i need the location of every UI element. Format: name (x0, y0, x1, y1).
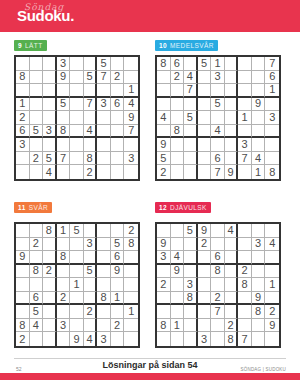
cell-r9c8: 1 (252, 165, 266, 179)
cell-r9c2 (30, 332, 44, 346)
cell-r3c5 (211, 84, 225, 98)
cell-r4c5: 8 (211, 265, 225, 279)
cell-r2c6 (225, 238, 239, 252)
cell-r1c8 (111, 224, 125, 238)
cell-r1c5: 5 (70, 224, 84, 238)
cell-r1c2: 6 (171, 57, 185, 71)
cell-r2c3 (43, 238, 57, 252)
puzzle-number: 12 (159, 204, 167, 211)
cell-r9c2 (171, 332, 185, 346)
cell-r1c6: 4 (225, 224, 239, 238)
cell-r4c1 (157, 98, 171, 112)
cell-r9c2 (171, 165, 185, 179)
cell-r2c4 (198, 71, 212, 85)
cell-r5c2 (30, 111, 44, 125)
cell-r3c6 (225, 251, 239, 265)
cell-r2c1 (16, 238, 30, 252)
cell-r1c6 (84, 224, 98, 238)
cell-r8c6 (84, 319, 98, 333)
cell-r1c4: 5 (198, 57, 212, 71)
cell-r3c7 (97, 251, 111, 265)
cell-r5c5: 1 (70, 278, 84, 292)
cell-r9c4 (57, 332, 71, 346)
cell-r5c6 (84, 278, 98, 292)
cell-r9c5: 7 (211, 165, 225, 179)
cell-r3c3 (184, 251, 198, 265)
cell-r2c6: 3 (84, 238, 98, 252)
cell-r2c3 (184, 238, 198, 252)
cell-r2c2 (30, 71, 44, 85)
cell-r6c9 (265, 125, 279, 139)
cell-r6c9: 7 (124, 125, 138, 139)
cell-r3c2 (30, 251, 44, 265)
cell-r8c5: 6 (211, 152, 225, 166)
puzzle-difficulty-label: SVÅR (29, 204, 48, 211)
cell-r8c3 (184, 319, 198, 333)
cell-r2c5 (211, 238, 225, 252)
cell-r7c6 (84, 138, 98, 152)
cell-r3c1: 3 (157, 251, 171, 265)
cell-r2c5 (70, 238, 84, 252)
cell-r5c9: 3 (265, 111, 279, 125)
cell-r3c3 (43, 251, 57, 265)
cell-r1c1 (157, 224, 171, 238)
cell-r1c1: 8 (157, 57, 171, 71)
cell-r7c3 (43, 138, 57, 152)
cell-r4c4 (57, 265, 71, 279)
edition-text: SÖNDAG | SUDOKU (241, 367, 286, 372)
puzzle-difficulty-label: DJÄVULSK (170, 204, 207, 211)
cell-r4c9: 4 (124, 98, 138, 112)
cell-r2c3 (43, 71, 57, 85)
cell-r5c5 (70, 111, 84, 125)
cell-r5c4 (198, 278, 212, 292)
cell-r9c2 (30, 165, 44, 179)
cell-r7c8 (252, 138, 266, 152)
cell-r5c8 (252, 278, 266, 292)
cell-r3c7 (238, 84, 252, 98)
cell-r7c7: 3 (238, 138, 252, 152)
cell-r6c5: 4 (211, 125, 225, 139)
badge-puzzle-11: 11 SVÅR (14, 202, 52, 213)
cell-r5c8 (111, 111, 125, 125)
cell-r3c8: 6 (111, 251, 125, 265)
cell-r6c4 (198, 292, 212, 306)
cell-r3c1 (157, 84, 171, 98)
cell-r5c6 (225, 278, 239, 292)
cell-r2c8: 5 (111, 238, 125, 252)
cell-r5c7 (97, 278, 111, 292)
cell-r8c5 (70, 319, 84, 333)
cell-r5c2 (30, 278, 44, 292)
cell-r7c1 (16, 305, 30, 319)
cell-r2c5: 3 (211, 71, 225, 85)
cell-r4c2 (30, 98, 44, 112)
cell-r2c9: 6 (265, 71, 279, 85)
cell-r5c8 (111, 278, 125, 292)
cell-r9c8 (252, 332, 266, 346)
cell-r1c7: 5 (97, 57, 111, 71)
cell-r8c4 (198, 319, 212, 333)
cell-r9c9 (124, 165, 138, 179)
cell-r9c1: 2 (16, 332, 30, 346)
cell-r7c6: 2 (84, 305, 98, 319)
cell-r1c8 (252, 57, 266, 71)
cell-r3c6 (84, 251, 98, 265)
cell-r7c4 (198, 305, 212, 319)
cell-r1c2 (30, 57, 44, 71)
cell-r3c8 (252, 84, 266, 98)
cell-r8c9 (265, 152, 279, 166)
cell-r2c3: 4 (184, 71, 198, 85)
cell-r6c6: 4 (84, 125, 98, 139)
cell-r6c8: 9 (252, 292, 266, 306)
cell-r6c6 (225, 292, 239, 306)
cell-r4c3 (184, 265, 198, 279)
cell-r7c9: 1 (124, 305, 138, 319)
cell-r4c4 (198, 265, 212, 279)
cell-r9c6: 8 (225, 332, 239, 346)
cell-r8c8: 2 (111, 319, 125, 333)
cell-r5c5 (211, 111, 225, 125)
cell-r9c3: 4 (43, 165, 57, 179)
masthead: Söndag Sudoku. (0, 0, 300, 32)
footer-divider (14, 358, 286, 359)
cell-r8c8 (111, 152, 125, 166)
cell-r3c5: 6 (211, 251, 225, 265)
cell-r9c4 (57, 165, 71, 179)
cell-r6c3 (43, 292, 57, 306)
cell-r4c7 (238, 98, 252, 112)
cell-r4c4 (198, 98, 212, 112)
cell-r1c9 (265, 224, 279, 238)
cell-r9c1 (157, 332, 171, 346)
cell-r9c7: 7 (238, 332, 252, 346)
cell-r4c2 (171, 98, 185, 112)
puzzle-number: 9 (18, 42, 22, 49)
cell-r8c4: 7 (57, 152, 71, 166)
cell-r6c7 (97, 125, 111, 139)
cell-r5c8 (252, 111, 266, 125)
cell-r7c2 (171, 305, 185, 319)
cell-r2c1: 9 (157, 238, 171, 252)
cell-r1c7 (97, 224, 111, 238)
cell-r4c4: 5 (57, 98, 71, 112)
cell-r2c1: 8 (16, 71, 30, 85)
cell-r3c7 (238, 251, 252, 265)
cell-r5c6 (84, 111, 98, 125)
badge-puzzle-9: 9 LÄTT (14, 40, 47, 51)
cell-r2c4: 9 (57, 71, 71, 85)
cell-r9c6: 2 (84, 165, 98, 179)
cell-r4c3 (43, 98, 57, 112)
cell-r7c9 (124, 138, 138, 152)
badge-puzzle-10: 10 MEDELSVÅR (155, 40, 218, 51)
cell-r9c5: 9 (70, 332, 84, 346)
cell-r5c4 (57, 278, 71, 292)
cell-r2c4: 2 (198, 238, 212, 252)
cell-r9c5 (70, 165, 84, 179)
cell-r8c2 (171, 152, 185, 166)
cell-r6c1 (16, 292, 30, 306)
cell-r2c9: 4 (265, 238, 279, 252)
cell-r8c5 (211, 319, 225, 333)
cell-r4c8 (252, 265, 266, 279)
puzzle-number: 10 (159, 42, 167, 49)
cell-r9c3 (43, 332, 57, 346)
cell-r5c9: 1 (265, 278, 279, 292)
cell-r1c5 (70, 57, 84, 71)
cell-r1c1 (16, 57, 30, 71)
puzzle-number: 11 (18, 204, 26, 211)
cell-r6c6 (84, 292, 98, 306)
cell-r4c1: 1 (16, 98, 30, 112)
cell-r6c1 (157, 125, 171, 139)
cell-r8c8: 4 (252, 152, 266, 166)
cell-r4c1 (157, 265, 171, 279)
cell-r2c8: 3 (252, 238, 266, 252)
cell-r9c3 (184, 332, 198, 346)
cell-r1c9: 2 (124, 224, 138, 238)
cell-r1c6 (84, 57, 98, 71)
cell-r4c6 (225, 98, 239, 112)
cell-r4c9 (124, 265, 138, 279)
cell-r5c1: 4 (157, 111, 171, 125)
cell-r6c9 (265, 292, 279, 306)
cell-r1c7 (238, 224, 252, 238)
puzzle-difficulty-label: LÄTT (25, 42, 43, 49)
cell-r6c1 (157, 292, 171, 306)
cell-r7c2 (30, 138, 44, 152)
cell-r1c7 (238, 57, 252, 71)
cell-r6c9 (124, 292, 138, 306)
cell-r5c1 (16, 278, 30, 292)
cell-r3c9: 1 (124, 84, 138, 98)
cell-r5c7: 8 (238, 278, 252, 292)
cell-r7c4 (57, 138, 71, 152)
cell-r4c2: 8 (30, 265, 44, 279)
cell-r6c1: 6 (16, 125, 30, 139)
cell-r2c7 (97, 238, 111, 252)
cell-r8c9: 9 (265, 319, 279, 333)
cell-r3c4: 8 (57, 251, 71, 265)
cell-r7c7 (97, 305, 111, 319)
cell-r3c7 (97, 84, 111, 98)
cell-r7c2: 5 (30, 305, 44, 319)
cell-r1c2 (30, 224, 44, 238)
cell-r6c8: 1 (111, 292, 125, 306)
cell-r3c8 (111, 84, 125, 98)
cell-r6c4 (198, 125, 212, 139)
cell-r7c8 (111, 305, 125, 319)
cell-r4c5 (70, 265, 84, 279)
cell-r6c7: 8 (97, 292, 111, 306)
cell-r3c4 (198, 251, 212, 265)
cell-r2c6: 5 (84, 71, 98, 85)
cell-r8c7 (97, 152, 111, 166)
cell-r5c2 (171, 111, 185, 125)
cell-r6c8 (111, 125, 125, 139)
cell-r5c9: 9 (124, 111, 138, 125)
cell-r9c4 (198, 165, 212, 179)
cell-r3c3: 7 (184, 84, 198, 98)
cell-r4c6: 5 (84, 265, 98, 279)
cell-r1c8 (111, 57, 125, 71)
cell-r9c6: 9 (225, 165, 239, 179)
cell-r7c6 (225, 138, 239, 152)
cell-r4c7 (97, 265, 111, 279)
cell-r8c6: 2 (225, 319, 239, 333)
cell-r1c4: 9 (198, 224, 212, 238)
cell-r2c7 (238, 71, 252, 85)
cell-r6c3 (184, 125, 198, 139)
cell-r8c6: 8 (84, 152, 98, 166)
cell-r5c9 (124, 278, 138, 292)
cell-r7c3 (184, 305, 198, 319)
sudoku-logo: Söndag Sudoku. (17, 3, 74, 23)
cell-r8c1: 8 (16, 319, 30, 333)
sudoku-grid-10-medelsvar: 865172436715945138493567427918 (155, 55, 281, 181)
cell-r7c1: 9 (157, 138, 171, 152)
cell-r6c4: 2 (57, 292, 71, 306)
cell-r9c7: 3 (97, 332, 111, 346)
cell-r2c2: 2 (171, 71, 185, 85)
cell-r7c7 (97, 138, 111, 152)
cell-r9c9 (265, 332, 279, 346)
logo-main-text: Sudoku. (17, 8, 74, 23)
cell-r4c9 (265, 265, 279, 279)
cell-r3c6 (84, 84, 98, 98)
cell-r9c1: 2 (157, 165, 171, 179)
cell-r1c5 (211, 224, 225, 238)
cell-r8c2: 2 (30, 152, 44, 166)
cell-r8c4: 3 (57, 319, 71, 333)
cell-r4c5: 5 (211, 98, 225, 112)
cell-r6c2: 5 (30, 125, 44, 139)
cell-r9c3 (184, 165, 198, 179)
cell-r9c6: 4 (84, 332, 98, 346)
badge-puzzle-12: 12 DJÄVULSK (155, 202, 211, 213)
cell-r8c1: 8 (157, 319, 171, 333)
cell-r4c9 (265, 98, 279, 112)
cell-r8c8 (252, 319, 266, 333)
bottom-color-bar (0, 373, 300, 380)
cell-r7c3 (184, 138, 198, 152)
cell-r8c9: 3 (124, 152, 138, 166)
cell-r2c9: 8 (124, 238, 138, 252)
cell-r6c8 (252, 125, 266, 139)
cell-r6c7 (238, 125, 252, 139)
cell-r8c3 (43, 319, 57, 333)
cell-r2c7 (238, 238, 252, 252)
cell-r1c1 (16, 224, 30, 238)
cell-r8c7: 7 (238, 152, 252, 166)
cell-r7c9 (265, 138, 279, 152)
cell-r8c9 (124, 319, 138, 333)
cell-r5c3: 3 (184, 278, 198, 292)
cell-r7c5 (70, 305, 84, 319)
cell-r5c1: 2 (16, 111, 30, 125)
cell-r8c1: 5 (157, 152, 171, 166)
cell-r2c8 (252, 71, 266, 85)
cell-r6c5 (70, 125, 84, 139)
cell-r5c5 (211, 278, 225, 292)
cell-r1c3: 5 (184, 224, 198, 238)
sudoku-grid-12-djavulsk: 594923434698223818297828129387 (155, 222, 281, 348)
cell-r2c2: 2 (30, 238, 44, 252)
cell-r2c1 (157, 71, 171, 85)
cell-r4c8: 9 (111, 265, 125, 279)
cell-r9c8 (111, 332, 125, 346)
cell-r5c2 (171, 278, 185, 292)
cell-r6c2 (171, 292, 185, 306)
cell-r5c1: 2 (157, 278, 171, 292)
cell-r5c6 (225, 111, 239, 125)
cell-r8c2: 4 (30, 319, 44, 333)
cell-r4c5 (70, 98, 84, 112)
cell-r7c7 (238, 305, 252, 319)
cell-r5c3 (43, 111, 57, 125)
cell-r3c8 (252, 251, 266, 265)
cell-r7c3 (43, 305, 57, 319)
cell-r3c9: 1 (265, 84, 279, 98)
cell-r3c6 (225, 84, 239, 98)
page-number: 52 (16, 366, 22, 372)
cell-r8c1 (16, 152, 30, 166)
cell-r3c3 (43, 84, 57, 98)
cell-r1c3: 8 (43, 224, 57, 238)
cell-r1c3 (43, 57, 57, 71)
cell-r4c1 (16, 265, 30, 279)
cell-r4c6: 7 (84, 98, 98, 112)
cell-r6c2: 8 (171, 125, 185, 139)
cell-r1c6 (225, 57, 239, 71)
cell-r6c3: 8 (184, 292, 198, 306)
cell-r1c8 (252, 224, 266, 238)
cell-r3c1: 9 (16, 251, 30, 265)
cell-r3c9 (124, 251, 138, 265)
cell-r4c3: 2 (43, 265, 57, 279)
cell-r5c7: 1 (238, 111, 252, 125)
cell-r1c9: 7 (265, 57, 279, 71)
cell-r9c1 (16, 165, 30, 179)
cell-r7c5 (211, 138, 225, 152)
cell-r7c9: 2 (265, 305, 279, 319)
cell-r9c9 (124, 332, 138, 346)
cell-r6c5 (70, 292, 84, 306)
cell-r3c5 (70, 251, 84, 265)
cell-r4c7: 3 (97, 98, 111, 112)
cell-r7c1: 3 (16, 138, 30, 152)
cell-r2c8: 2 (111, 71, 125, 85)
cell-r9c7 (238, 165, 252, 179)
cell-r8c4 (198, 152, 212, 166)
cell-r7c4 (198, 138, 212, 152)
cell-r5c3: 5 (184, 111, 198, 125)
cell-r2c9 (124, 71, 138, 85)
cell-r3c4 (198, 84, 212, 98)
cell-r3c9 (265, 251, 279, 265)
cell-r4c8: 9 (252, 98, 266, 112)
cell-r4c8: 6 (111, 98, 125, 112)
cell-r5c3 (43, 278, 57, 292)
cell-r7c2 (171, 138, 185, 152)
cell-r3c2: 4 (171, 251, 185, 265)
cell-r3c2 (30, 84, 44, 98)
cell-r9c9: 8 (265, 165, 279, 179)
cell-r8c3: 5 (43, 152, 57, 166)
cell-r7c6 (225, 305, 239, 319)
